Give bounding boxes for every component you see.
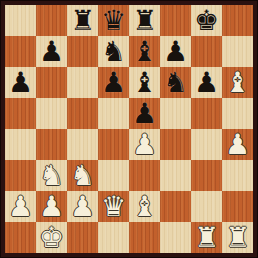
square-a5[interactable]: [5, 98, 36, 129]
square-e5[interactable]: ♟: [129, 98, 160, 129]
square-f8[interactable]: [160, 5, 191, 36]
square-c3[interactable]: ♞: [67, 160, 98, 191]
square-g7[interactable]: [191, 36, 222, 67]
square-c2[interactable]: ♟: [67, 191, 98, 222]
square-f4[interactable]: [160, 129, 191, 160]
square-e8[interactable]: ♜: [129, 5, 160, 36]
piece-black-king-g8[interactable]: ♚: [194, 5, 219, 36]
piece-white-knight-b3[interactable]: ♞: [39, 160, 64, 191]
square-b2[interactable]: ♟: [36, 191, 67, 222]
square-c7[interactable]: [67, 36, 98, 67]
square-f7[interactable]: ♟: [160, 36, 191, 67]
piece-white-pawn-h4[interactable]: ♟: [225, 129, 250, 160]
piece-white-bishop-h6[interactable]: ♝: [225, 67, 250, 98]
square-b1[interactable]: ♚: [36, 222, 67, 253]
square-h2[interactable]: [222, 191, 253, 222]
square-f2[interactable]: [160, 191, 191, 222]
square-d3[interactable]: [98, 160, 129, 191]
chess-board-frame: ♜♛♜♚♟♞♝♟♟♟♝♞♟♝♟♟♟♞♞♟♟♟♛♝♚♜♜: [0, 0, 258, 258]
piece-white-pawn-e4[interactable]: ♟: [132, 129, 157, 160]
square-a1[interactable]: [5, 222, 36, 253]
piece-black-pawn-b7[interactable]: ♟: [39, 36, 64, 67]
piece-black-pawn-a6[interactable]: ♟: [8, 67, 33, 98]
piece-black-knight-d7[interactable]: ♞: [101, 36, 126, 67]
piece-black-rook-e8[interactable]: ♜: [132, 5, 157, 36]
piece-white-pawn-c2[interactable]: ♟: [70, 191, 95, 222]
square-a2[interactable]: ♟: [5, 191, 36, 222]
square-a3[interactable]: [5, 160, 36, 191]
chess-board: ♜♛♜♚♟♞♝♟♟♟♝♞♟♝♟♟♟♞♞♟♟♟♛♝♚♜♜: [5, 5, 253, 253]
square-a6[interactable]: ♟: [5, 67, 36, 98]
piece-black-pawn-g6[interactable]: ♟: [194, 67, 219, 98]
piece-black-bishop-e7[interactable]: ♝: [132, 36, 157, 67]
square-f1[interactable]: [160, 222, 191, 253]
piece-black-bishop-e6[interactable]: ♝: [132, 67, 157, 98]
square-e1[interactable]: [129, 222, 160, 253]
square-g5[interactable]: [191, 98, 222, 129]
square-d5[interactable]: [98, 98, 129, 129]
square-a4[interactable]: [5, 129, 36, 160]
square-b4[interactable]: [36, 129, 67, 160]
square-c5[interactable]: [67, 98, 98, 129]
piece-white-rook-h1[interactable]: ♜: [225, 222, 250, 253]
square-b6[interactable]: [36, 67, 67, 98]
square-g4[interactable]: [191, 129, 222, 160]
square-c8[interactable]: ♜: [67, 5, 98, 36]
square-d7[interactable]: ♞: [98, 36, 129, 67]
square-g2[interactable]: [191, 191, 222, 222]
square-f5[interactable]: [160, 98, 191, 129]
square-b7[interactable]: ♟: [36, 36, 67, 67]
square-b3[interactable]: ♞: [36, 160, 67, 191]
piece-black-knight-f6[interactable]: ♞: [163, 67, 188, 98]
piece-black-pawn-d6[interactable]: ♟: [101, 67, 126, 98]
square-e4[interactable]: ♟: [129, 129, 160, 160]
square-h5[interactable]: [222, 98, 253, 129]
piece-white-bishop-e2[interactable]: ♝: [132, 191, 157, 222]
square-a8[interactable]: [5, 5, 36, 36]
square-e7[interactable]: ♝: [129, 36, 160, 67]
piece-white-knight-c3[interactable]: ♞: [70, 160, 95, 191]
square-h4[interactable]: ♟: [222, 129, 253, 160]
piece-white-pawn-a2[interactable]: ♟: [8, 191, 33, 222]
square-b8[interactable]: [36, 5, 67, 36]
square-d6[interactable]: ♟: [98, 67, 129, 98]
square-h6[interactable]: ♝: [222, 67, 253, 98]
piece-black-pawn-e5[interactable]: ♟: [132, 98, 157, 129]
square-h7[interactable]: [222, 36, 253, 67]
square-b5[interactable]: [36, 98, 67, 129]
square-g1[interactable]: ♜: [191, 222, 222, 253]
piece-black-pawn-f7[interactable]: ♟: [163, 36, 188, 67]
piece-white-rook-g1[interactable]: ♜: [194, 222, 219, 253]
square-d8[interactable]: ♛: [98, 5, 129, 36]
piece-white-king-b1[interactable]: ♚: [39, 222, 64, 253]
piece-black-queen-d8[interactable]: ♛: [101, 5, 126, 36]
square-f3[interactable]: [160, 160, 191, 191]
piece-black-rook-c8[interactable]: ♜: [70, 5, 95, 36]
square-f6[interactable]: ♞: [160, 67, 191, 98]
square-d1[interactable]: [98, 222, 129, 253]
square-d4[interactable]: [98, 129, 129, 160]
square-h8[interactable]: [222, 5, 253, 36]
square-a7[interactable]: [5, 36, 36, 67]
square-g8[interactable]: ♚: [191, 5, 222, 36]
square-c1[interactable]: [67, 222, 98, 253]
piece-white-queen-d2[interactable]: ♛: [101, 191, 126, 222]
square-e2[interactable]: ♝: [129, 191, 160, 222]
square-e3[interactable]: [129, 160, 160, 191]
square-g6[interactable]: ♟: [191, 67, 222, 98]
square-c4[interactable]: [67, 129, 98, 160]
square-h1[interactable]: ♜: [222, 222, 253, 253]
piece-white-pawn-b2[interactable]: ♟: [39, 191, 64, 222]
square-e6[interactable]: ♝: [129, 67, 160, 98]
square-h3[interactable]: [222, 160, 253, 191]
square-g3[interactable]: [191, 160, 222, 191]
square-d2[interactable]: ♛: [98, 191, 129, 222]
square-c6[interactable]: [67, 67, 98, 98]
